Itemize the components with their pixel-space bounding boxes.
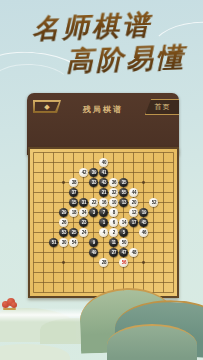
mist-band: [0, 308, 203, 322]
hill-shape: [0, 308, 76, 342]
hill-shape: [0, 344, 70, 360]
home-button-label: 首页: [155, 102, 171, 112]
header-panel: ◆ 残局棋谱 首页: [27, 93, 179, 155]
mountain-shape: [114, 297, 203, 359]
gomoku-board[interactable]: 1234567891011121314151617181920212223242…: [28, 147, 179, 298]
home-button[interactable]: 首页: [145, 99, 179, 115]
cloud-swirl-icon: [148, 17, 203, 78]
app-screen: 名师棋谱 高阶易懂 ◆ 残局棋谱 首页 12345678910111213141…: [0, 0, 203, 360]
board-grid[interactable]: 1234567891011121314151617181920212223242…: [30, 149, 177, 296]
hill-shape: [40, 318, 120, 344]
red-cloud-ornament-icon: [2, 298, 18, 310]
mountain-shape: [107, 324, 197, 360]
